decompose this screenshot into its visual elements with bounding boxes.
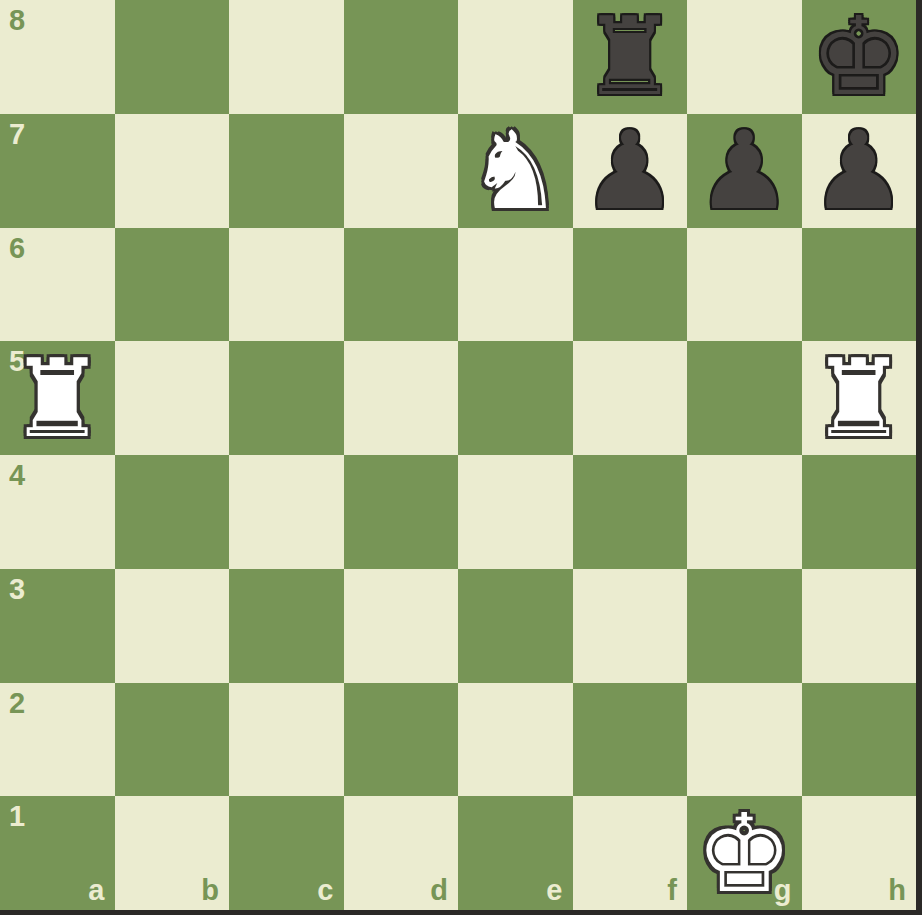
black-pawn[interactable]: ♟ [573, 114, 688, 228]
square-c5[interactable] [229, 341, 344, 455]
square-d6[interactable] [344, 228, 459, 342]
square-b3[interactable] [115, 569, 230, 683]
square-b7[interactable] [115, 114, 230, 228]
square-f2[interactable] [573, 683, 688, 797]
square-g2[interactable] [687, 683, 802, 797]
square-c7[interactable] [229, 114, 344, 228]
square-c6[interactable] [229, 228, 344, 342]
file-label-c: c [317, 876, 333, 905]
square-g1[interactable]: g♚ [687, 796, 802, 910]
square-b4[interactable] [115, 455, 230, 569]
square-h8[interactable]: ♚ [802, 0, 917, 114]
square-d4[interactable] [344, 455, 459, 569]
square-g4[interactable] [687, 455, 802, 569]
square-a6[interactable]: 6 [0, 228, 115, 342]
square-b8[interactable] [115, 0, 230, 114]
file-label-f: f [667, 876, 677, 905]
square-a2[interactable]: 2 [0, 683, 115, 797]
file-label-a: a [88, 876, 104, 905]
square-d5[interactable] [344, 341, 459, 455]
square-f1[interactable]: f [573, 796, 688, 910]
square-h3[interactable] [802, 569, 917, 683]
square-d8[interactable] [344, 0, 459, 114]
square-a4[interactable]: 4 [0, 455, 115, 569]
square-g5[interactable] [687, 341, 802, 455]
square-h5[interactable]: ♜ [802, 341, 917, 455]
square-a3[interactable]: 3 [0, 569, 115, 683]
square-b1[interactable]: b [115, 796, 230, 910]
square-e8[interactable] [458, 0, 573, 114]
file-label-h: h [888, 876, 906, 905]
square-e6[interactable] [458, 228, 573, 342]
square-f6[interactable] [573, 228, 688, 342]
square-e5[interactable] [458, 341, 573, 455]
rank-label-1: 1 [9, 802, 25, 831]
square-b5[interactable] [115, 341, 230, 455]
square-d3[interactable] [344, 569, 459, 683]
square-f7[interactable]: ♟ [573, 114, 688, 228]
black-pawn[interactable]: ♟ [802, 114, 917, 228]
square-g6[interactable] [687, 228, 802, 342]
file-label-b: b [201, 876, 219, 905]
square-a8[interactable]: 8 [0, 0, 115, 114]
file-label-e: e [546, 876, 562, 905]
square-h6[interactable] [802, 228, 917, 342]
white-rook[interactable]: ♜ [802, 341, 917, 455]
square-d2[interactable] [344, 683, 459, 797]
rank-label-3: 3 [9, 575, 25, 604]
square-e7[interactable]: ♞ [458, 114, 573, 228]
square-d7[interactable] [344, 114, 459, 228]
square-c1[interactable]: c [229, 796, 344, 910]
square-f5[interactable] [573, 341, 688, 455]
square-c2[interactable] [229, 683, 344, 797]
white-rook[interactable]: ♜ [0, 341, 115, 455]
rank-label-6: 6 [9, 234, 25, 263]
square-f8[interactable]: ♜ [573, 0, 688, 114]
square-a5[interactable]: 5♜ [0, 341, 115, 455]
square-h7[interactable]: ♟ [802, 114, 917, 228]
square-a7[interactable]: 7 [0, 114, 115, 228]
square-d1[interactable]: d [344, 796, 459, 910]
square-b6[interactable] [115, 228, 230, 342]
square-e3[interactable] [458, 569, 573, 683]
square-a1[interactable]: 1a [0, 796, 115, 910]
chess-board-container: 8♜♚7♞♟♟♟65♜♜4321abcdefg♚h [0, 0, 922, 915]
square-e2[interactable] [458, 683, 573, 797]
rank-label-8: 8 [9, 6, 25, 35]
square-h1[interactable]: h [802, 796, 917, 910]
square-c8[interactable] [229, 0, 344, 114]
black-rook[interactable]: ♜ [573, 0, 688, 114]
black-king[interactable]: ♚ [802, 0, 917, 114]
square-h2[interactable] [802, 683, 917, 797]
rank-label-4: 4 [9, 461, 25, 490]
square-c3[interactable] [229, 569, 344, 683]
square-e4[interactable] [458, 455, 573, 569]
square-g3[interactable] [687, 569, 802, 683]
square-g8[interactable] [687, 0, 802, 114]
square-g7[interactable]: ♟ [687, 114, 802, 228]
white-king[interactable]: ♚ [687, 796, 802, 910]
square-h4[interactable] [802, 455, 917, 569]
square-b2[interactable] [115, 683, 230, 797]
square-f3[interactable] [573, 569, 688, 683]
chess-board: 8♜♚7♞♟♟♟65♜♜4321abcdefg♚h [0, 0, 916, 910]
black-pawn[interactable]: ♟ [687, 114, 802, 228]
file-label-d: d [430, 876, 448, 905]
white-knight[interactable]: ♞ [458, 114, 573, 228]
square-e1[interactable]: e [458, 796, 573, 910]
rank-label-7: 7 [9, 120, 25, 149]
rank-label-2: 2 [9, 689, 25, 718]
square-c4[interactable] [229, 455, 344, 569]
square-f4[interactable] [573, 455, 688, 569]
